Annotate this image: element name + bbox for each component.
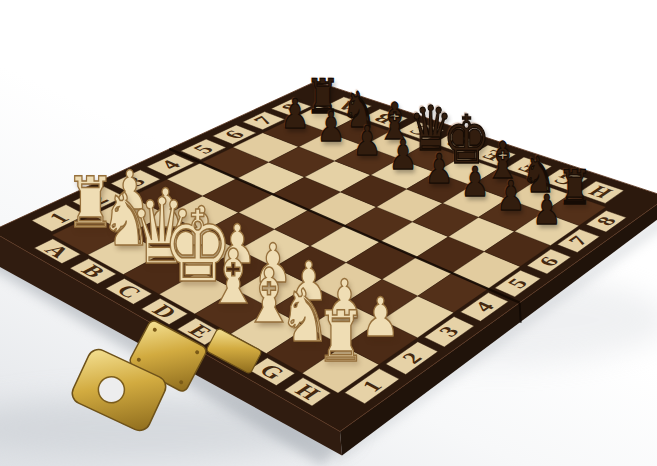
chess-board: AABBCCDDEEFFGGHH1122334455667788 xyxy=(0,0,657,466)
chess-set-photo: AABBCCDDEEFFGGHH1122334455667788 ♜♞♟♝♟♛♟… xyxy=(0,0,657,466)
